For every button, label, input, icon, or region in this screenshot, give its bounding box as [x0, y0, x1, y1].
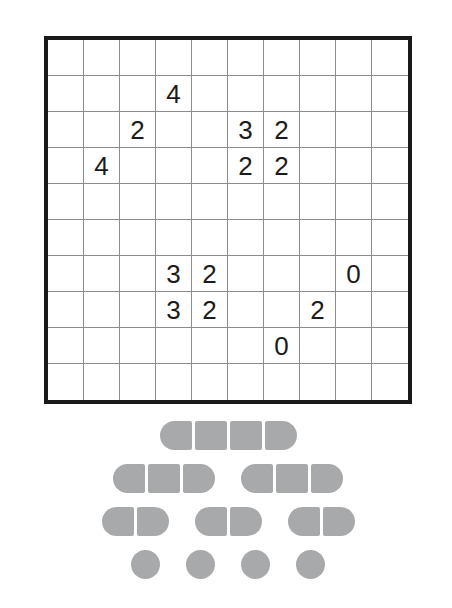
- cell-r10c8[interactable]: [300, 364, 336, 400]
- cell-r2c7[interactable]: [264, 76, 300, 112]
- ship-size-3-2: [241, 464, 343, 493]
- ship-size-2-2: [195, 507, 262, 536]
- fleet-legend: [0, 421, 452, 579]
- cell-r2c8[interactable]: [300, 76, 336, 112]
- cell-r8c6[interactable]: [228, 292, 264, 328]
- clue-cell-r4c7: 2: [264, 148, 300, 184]
- ship-segment-right-cap: [265, 421, 297, 450]
- cell-r9c1[interactable]: [48, 328, 84, 364]
- cell-r6c4[interactable]: [156, 220, 192, 256]
- cell-r8c2[interactable]: [84, 292, 120, 328]
- cell-r5c7[interactable]: [264, 184, 300, 220]
- ship-segment-left-cap: [288, 507, 320, 536]
- cell-r1c8[interactable]: [300, 40, 336, 76]
- cell-r8c10[interactable]: [372, 292, 408, 328]
- cell-r1c10[interactable]: [372, 40, 408, 76]
- ship-size-3-1: [113, 464, 215, 493]
- cell-r6c1[interactable]: [48, 220, 84, 256]
- cell-r1c4[interactable]: [156, 40, 192, 76]
- ship-single-circle: [131, 550, 160, 579]
- cell-r10c1[interactable]: [48, 364, 84, 400]
- ship-segment-left-cap: [195, 507, 227, 536]
- cell-r9c6[interactable]: [228, 328, 264, 364]
- cell-r5c2[interactable]: [84, 184, 120, 220]
- cell-r4c10[interactable]: [372, 148, 408, 184]
- cell-r10c2[interactable]: [84, 364, 120, 400]
- cell-r6c6[interactable]: [228, 220, 264, 256]
- cell-r6c9[interactable]: [336, 220, 372, 256]
- cell-r9c4[interactable]: [156, 328, 192, 364]
- cell-r3c10[interactable]: [372, 112, 408, 148]
- ship-segment-right-cap: [230, 507, 262, 536]
- cell-r3c8[interactable]: [300, 112, 336, 148]
- cell-r6c10[interactable]: [372, 220, 408, 256]
- cell-r2c1[interactable]: [48, 76, 84, 112]
- cell-r8c7[interactable]: [264, 292, 300, 328]
- clue-cell-r3c7: 2: [264, 112, 300, 148]
- clue-cell-r7c5: 2: [192, 256, 228, 292]
- cell-r7c10[interactable]: [372, 256, 408, 292]
- ship-segment-left-cap: [160, 421, 192, 450]
- clue-cell-r2c4: 4: [156, 76, 192, 112]
- cell-r8c3[interactable]: [120, 292, 156, 328]
- cell-r7c3[interactable]: [120, 256, 156, 292]
- ship-size-4-1: [160, 421, 297, 450]
- ship-size-2-1: [102, 507, 169, 536]
- ship-segment-right-cap: [137, 507, 169, 536]
- ship-single-circle: [296, 550, 325, 579]
- ship-size-1-1: [131, 550, 160, 579]
- fleet-row-size-3: [113, 464, 343, 493]
- cell-r3c4[interactable]: [156, 112, 192, 148]
- ship-single-circle: [241, 550, 270, 579]
- cell-r9c5[interactable]: [192, 328, 228, 364]
- cell-r1c2[interactable]: [84, 40, 120, 76]
- ship-segment-right-cap: [311, 464, 343, 493]
- cell-r2c9[interactable]: [336, 76, 372, 112]
- clue-cell-r8c8: 2: [300, 292, 336, 328]
- cell-r4c5[interactable]: [192, 148, 228, 184]
- clue-cell-r3c6: 3: [228, 112, 264, 148]
- ship-segment-middle: [148, 464, 180, 493]
- cell-r10c9[interactable]: [336, 364, 372, 400]
- cell-r2c5[interactable]: [192, 76, 228, 112]
- cell-r3c5[interactable]: [192, 112, 228, 148]
- clue-cell-r7c4: 3: [156, 256, 192, 292]
- cell-r10c4[interactable]: [156, 364, 192, 400]
- cell-r3c2[interactable]: [84, 112, 120, 148]
- cell-r9c9[interactable]: [336, 328, 372, 364]
- cell-r10c3[interactable]: [120, 364, 156, 400]
- cell-r6c2[interactable]: [84, 220, 120, 256]
- cell-r10c7[interactable]: [264, 364, 300, 400]
- ship-size-1-3: [241, 550, 270, 579]
- cell-r5c5[interactable]: [192, 184, 228, 220]
- cell-r7c1[interactable]: [48, 256, 84, 292]
- ship-segment-left-cap: [102, 507, 134, 536]
- cell-r7c6[interactable]: [228, 256, 264, 292]
- cell-r1c5[interactable]: [192, 40, 228, 76]
- cell-r1c1[interactable]: [48, 40, 84, 76]
- cell-r5c4[interactable]: [156, 184, 192, 220]
- cell-r9c10[interactable]: [372, 328, 408, 364]
- cell-r4c4[interactable]: [156, 148, 192, 184]
- cell-r5c8[interactable]: [300, 184, 336, 220]
- ship-segment-right-cap: [323, 507, 355, 536]
- cell-r6c7[interactable]: [264, 220, 300, 256]
- cell-r5c6[interactable]: [228, 184, 264, 220]
- ship-single-circle: [186, 550, 215, 579]
- clue-cell-r8c4: 3: [156, 292, 192, 328]
- cell-r6c3[interactable]: [120, 220, 156, 256]
- cell-r2c6[interactable]: [228, 76, 264, 112]
- cell-r6c8[interactable]: [300, 220, 336, 256]
- cell-r6c5[interactable]: [192, 220, 228, 256]
- ship-size-1-2: [186, 550, 215, 579]
- cell-r1c9[interactable]: [336, 40, 372, 76]
- cell-r3c1[interactable]: [48, 112, 84, 148]
- cell-r5c1[interactable]: [48, 184, 84, 220]
- cell-r2c3[interactable]: [120, 76, 156, 112]
- cell-r5c3[interactable]: [120, 184, 156, 220]
- clue-cell-r9c7: 0: [264, 328, 300, 364]
- cell-r4c8[interactable]: [300, 148, 336, 184]
- ship-segment-middle: [195, 421, 227, 450]
- cell-r7c8[interactable]: [300, 256, 336, 292]
- cell-r4c3[interactable]: [120, 148, 156, 184]
- ship-segment-right-cap: [183, 464, 215, 493]
- cell-r9c8[interactable]: [300, 328, 336, 364]
- cell-r9c3[interactable]: [120, 328, 156, 364]
- ship-size-2-3: [288, 507, 355, 536]
- fleet-row-size-2: [102, 507, 355, 536]
- clue-cell-r8c5: 2: [192, 292, 228, 328]
- cell-r1c3[interactable]: [120, 40, 156, 76]
- fleet-row-size-1: [131, 550, 325, 579]
- cell-r10c10[interactable]: [372, 364, 408, 400]
- clue-cell-r3c3: 2: [120, 112, 156, 148]
- cell-r4c9[interactable]: [336, 148, 372, 184]
- cell-r7c2[interactable]: [84, 256, 120, 292]
- clue-cell-r4c2: 4: [84, 148, 120, 184]
- fleet-row-size-4: [160, 421, 297, 450]
- puzzle-page: 42324223203220: [0, 0, 452, 608]
- ship-segment-middle: [230, 421, 262, 450]
- cell-r7c7[interactable]: [264, 256, 300, 292]
- cell-r8c1[interactable]: [48, 292, 84, 328]
- ship-segment-middle: [276, 464, 308, 493]
- cell-r1c7[interactable]: [264, 40, 300, 76]
- ship-size-1-4: [296, 550, 325, 579]
- cell-r5c9[interactable]: [336, 184, 372, 220]
- clue-cell-r7c9: 0: [336, 256, 372, 292]
- cell-r9c2[interactable]: [84, 328, 120, 364]
- cell-r10c5[interactable]: [192, 364, 228, 400]
- ship-segment-left-cap: [113, 464, 145, 493]
- ship-segment-left-cap: [241, 464, 273, 493]
- cell-r8c9[interactable]: [336, 292, 372, 328]
- cell-r4c1[interactable]: [48, 148, 84, 184]
- cell-r2c2[interactable]: [84, 76, 120, 112]
- cell-r3c9[interactable]: [336, 112, 372, 148]
- cell-r1c6[interactable]: [228, 40, 264, 76]
- clue-cell-r4c6: 2: [228, 148, 264, 184]
- cell-r5c10[interactable]: [372, 184, 408, 220]
- cell-r2c10[interactable]: [372, 76, 408, 112]
- cell-r10c6[interactable]: [228, 364, 264, 400]
- battleships-board: 42324223203220: [44, 36, 412, 404]
